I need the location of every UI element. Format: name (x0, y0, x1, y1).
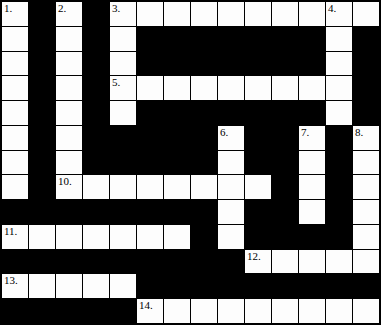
blocked-cell-r4c4 (83, 76, 109, 100)
blocked-cell-r9c11 (272, 200, 298, 224)
blocked-cell-r3c2 (29, 52, 55, 76)
blocked-cell-r9c4 (83, 200, 109, 224)
answer-cell-r6c1[interactable] (2, 126, 28, 150)
answer-cell-r13c8[interactable] (191, 299, 217, 323)
answer-cell-r6c14[interactable]: 8. (353, 126, 379, 150)
answer-cell-r10c2[interactable] (29, 225, 55, 249)
answer-cell-r2c3[interactable] (56, 27, 82, 51)
blocked-cell-r10c11 (272, 225, 298, 249)
blocked-cell-r12c13 (326, 274, 352, 298)
crossword-grid: 1.2.3.4.5.6.7.8.10.11.12.13.14. (0, 0, 381, 325)
answer-cell-r13c13[interactable] (326, 299, 352, 323)
blocked-cell-r9c6 (137, 200, 163, 224)
answer-cell-r9c14[interactable] (353, 200, 379, 224)
answer-cell-r5c5[interactable] (110, 101, 136, 125)
answer-cell-r8c1[interactable] (2, 175, 28, 199)
blocked-cell-r7c2 (29, 151, 55, 175)
answer-cell-r2c13[interactable] (326, 27, 352, 51)
blocked-cell-r7c7 (164, 151, 190, 175)
blocked-cell-r6c8 (191, 126, 217, 150)
blocked-cell-r1c2 (29, 2, 55, 26)
blocked-cell-r2c14 (353, 27, 379, 51)
answer-cell-r10c14[interactable] (353, 225, 379, 249)
answer-cell-r1c11[interactable] (272, 2, 298, 26)
blocked-cell-r11c7 (164, 250, 190, 274)
blocked-cell-r7c10 (245, 151, 271, 175)
answer-cell-r3c3[interactable] (56, 52, 82, 76)
answer-cell-r7c3[interactable] (56, 151, 82, 175)
clue-number-3: 3. (112, 2, 120, 15)
answer-cell-r1c13[interactable]: 4. (326, 2, 352, 26)
answer-cell-r12c2[interactable] (29, 274, 55, 298)
answer-cell-r4c13[interactable] (326, 76, 352, 100)
blocked-cell-r3c12 (299, 52, 325, 76)
answer-cell-r1c14[interactable] (353, 2, 379, 26)
blocked-cell-r2c2 (29, 27, 55, 51)
answer-cell-r10c4[interactable] (83, 225, 109, 249)
clue-number-8: 8. (355, 126, 363, 139)
answer-cell-r5c3[interactable] (56, 101, 82, 125)
answer-cell-r7c14[interactable] (353, 151, 379, 175)
blocked-cell-r8c2 (29, 175, 55, 199)
answer-cell-r8c7[interactable] (164, 175, 190, 199)
blocked-cell-r12c9 (218, 274, 244, 298)
answer-cell-r13c6[interactable]: 14. (137, 299, 163, 323)
blocked-cell-r13c5 (110, 299, 136, 323)
blocked-cell-r7c4 (83, 151, 109, 175)
clue-number-6: 6. (220, 126, 228, 139)
blocked-cell-r9c1 (2, 200, 28, 224)
blocked-cell-r7c8 (191, 151, 217, 175)
answer-cell-r6c3[interactable] (56, 126, 82, 150)
blocked-cell-r3c10 (245, 52, 271, 76)
answer-cell-r7c9[interactable] (218, 151, 244, 175)
blocked-cell-r12c12 (299, 274, 325, 298)
blocked-cell-r5c6 (137, 101, 163, 125)
blocked-cell-r3c4 (83, 52, 109, 76)
blocked-cell-r2c9 (218, 27, 244, 51)
blocked-cell-r4c2 (29, 76, 55, 100)
answer-cell-r1c7[interactable] (164, 2, 190, 26)
crossword-page: 1.2.3.4.5.6.7.8.10.11.12.13.14. (0, 0, 381, 325)
answer-cell-r8c3[interactable]: 10. (56, 175, 82, 199)
blocked-cell-r3c9 (218, 52, 244, 76)
answer-cell-r11c14[interactable] (353, 250, 379, 274)
answer-cell-r5c13[interactable] (326, 101, 352, 125)
blocked-cell-r3c14 (353, 52, 379, 76)
clue-number-12: 12. (247, 250, 261, 263)
answer-cell-r13c14[interactable] (353, 299, 379, 323)
answer-cell-r3c5[interactable] (110, 52, 136, 76)
clue-number-13: 13. (4, 274, 18, 287)
answer-cell-r1c12[interactable] (299, 2, 325, 26)
answer-cell-r1c5[interactable]: 3. (110, 2, 136, 26)
blocked-cell-r5c2 (29, 101, 55, 125)
answer-cell-r10c7[interactable] (164, 225, 190, 249)
blocked-cell-r2c7 (164, 27, 190, 51)
answer-cell-r5c1[interactable] (2, 101, 28, 125)
answer-cell-r8c12[interactable] (299, 175, 325, 199)
answer-cell-r10c5[interactable] (110, 225, 136, 249)
clue-number-5: 5. (112, 76, 120, 89)
blocked-cell-r2c6 (137, 27, 163, 51)
answer-cell-r4c10[interactable] (245, 76, 271, 100)
blocked-cell-r9c3 (56, 200, 82, 224)
blocked-cell-r3c6 (137, 52, 163, 76)
blocked-cell-r11c9 (218, 250, 244, 274)
answer-cell-r1c6[interactable] (137, 2, 163, 26)
blocked-cell-r6c4 (83, 126, 109, 150)
blocked-cell-r2c11 (272, 27, 298, 51)
blocked-cell-r10c12 (299, 225, 325, 249)
answer-cell-r10c9[interactable] (218, 225, 244, 249)
answer-cell-r13c12[interactable] (299, 299, 325, 323)
answer-cell-r2c1[interactable] (2, 27, 28, 51)
blocked-cell-r7c5 (110, 151, 136, 175)
blocked-cell-r13c3 (56, 299, 82, 323)
answer-cell-r13c10[interactable] (245, 299, 271, 323)
clue-number-2: 2. (58, 2, 66, 15)
answer-cell-r8c6[interactable] (137, 175, 163, 199)
blocked-cell-r5c7 (164, 101, 190, 125)
blocked-cell-r11c2 (29, 250, 55, 274)
answer-cell-r12c5[interactable] (110, 274, 136, 298)
answer-cell-r8c10[interactable] (245, 175, 271, 199)
answer-cell-r1c3[interactable]: 2. (56, 2, 82, 26)
answer-cell-r8c4[interactable] (83, 175, 109, 199)
answer-cell-r4c12[interactable] (299, 76, 325, 100)
blocked-cell-r8c13 (326, 175, 352, 199)
clue-number-10: 10. (58, 175, 72, 188)
blocked-cell-r6c2 (29, 126, 55, 150)
blocked-cell-r11c6 (137, 250, 163, 274)
blocked-cell-r5c12 (299, 101, 325, 125)
answer-cell-r4c8[interactable] (191, 76, 217, 100)
answer-cell-r9c9[interactable] (218, 200, 244, 224)
blocked-cell-r12c6 (137, 274, 163, 298)
blocked-cell-r5c14 (353, 101, 379, 125)
answer-cell-r1c8[interactable] (191, 2, 217, 26)
blocked-cell-r8c11 (272, 175, 298, 199)
clue-number-11: 11. (4, 225, 17, 238)
blocked-cell-r11c5 (110, 250, 136, 274)
answer-cell-r13c7[interactable] (164, 299, 190, 323)
blocked-cell-r5c10 (245, 101, 271, 125)
blocked-cell-r9c8 (191, 200, 217, 224)
answer-cell-r8c8[interactable] (191, 175, 217, 199)
answer-cell-r8c5[interactable] (110, 175, 136, 199)
answer-cell-r4c3[interactable] (56, 76, 82, 100)
answer-cell-r8c14[interactable] (353, 175, 379, 199)
answer-cell-r10c1[interactable]: 11. (2, 225, 28, 249)
answer-cell-r4c5[interactable]: 5. (110, 76, 136, 100)
answer-cell-r11c12[interactable] (299, 250, 325, 274)
blocked-cell-r12c14 (353, 274, 379, 298)
answer-cell-r11c11[interactable] (272, 250, 298, 274)
blocked-cell-r1c4 (83, 2, 109, 26)
blocked-cell-r9c10 (245, 200, 271, 224)
blocked-cell-r9c5 (110, 200, 136, 224)
blocked-cell-r10c10 (245, 225, 271, 249)
answer-cell-r3c13[interactable] (326, 52, 352, 76)
blocked-cell-r4c14 (353, 76, 379, 100)
clue-number-1: 1. (4, 2, 12, 15)
blocked-cell-r3c8 (191, 52, 217, 76)
answer-cell-r3c1[interactable] (2, 52, 28, 76)
answer-cell-r6c12[interactable]: 7. (299, 126, 325, 150)
answer-cell-r4c11[interactable] (272, 76, 298, 100)
blocked-cell-r6c11 (272, 126, 298, 150)
blocked-cell-r5c11 (272, 101, 298, 125)
answer-cell-r12c1[interactable]: 13. (2, 274, 28, 298)
answer-cell-r4c6[interactable] (137, 76, 163, 100)
blocked-cell-r9c7 (164, 200, 190, 224)
answer-cell-r11c10[interactable]: 12. (245, 250, 271, 274)
blocked-cell-r6c5 (110, 126, 136, 150)
blocked-cell-r12c11 (272, 274, 298, 298)
answer-cell-r10c6[interactable] (137, 225, 163, 249)
blocked-cell-r6c7 (164, 126, 190, 150)
blocked-cell-r5c8 (191, 101, 217, 125)
blocked-cell-r13c1 (2, 299, 28, 323)
blocked-cell-r10c8 (191, 225, 217, 249)
answer-cell-r4c9[interactable] (218, 76, 244, 100)
blocked-cell-r3c11 (272, 52, 298, 76)
answer-cell-r6c9[interactable]: 6. (218, 126, 244, 150)
answer-cell-r2c5[interactable] (110, 27, 136, 51)
answer-cell-r13c9[interactable] (218, 299, 244, 323)
blocked-cell-r11c3 (56, 250, 82, 274)
blocked-cell-r11c4 (83, 250, 109, 274)
blocked-cell-r2c4 (83, 27, 109, 51)
blocked-cell-r7c6 (137, 151, 163, 175)
blocked-cell-r13c4 (83, 299, 109, 323)
blocked-cell-r7c11 (272, 151, 298, 175)
answer-cell-r7c1[interactable] (2, 151, 28, 175)
blocked-cell-r9c2 (29, 200, 55, 224)
answer-cell-r1c1[interactable]: 1. (2, 2, 28, 26)
blocked-cell-r13c2 (29, 299, 55, 323)
blocked-cell-r6c10 (245, 126, 271, 150)
clue-number-14: 14. (139, 299, 153, 312)
answer-cell-r11c13[interactable] (326, 250, 352, 274)
blocked-cell-r12c7 (164, 274, 190, 298)
blocked-cell-r2c8 (191, 27, 217, 51)
answer-cell-r12c4[interactable] (83, 274, 109, 298)
blocked-cell-r7c13 (326, 151, 352, 175)
blocked-cell-r10c13 (326, 225, 352, 249)
blocked-cell-r5c9 (218, 101, 244, 125)
blocked-cell-r2c12 (299, 27, 325, 51)
blocked-cell-r6c6 (137, 126, 163, 150)
answer-cell-r12c3[interactable] (56, 274, 82, 298)
blocked-cell-r5c4 (83, 101, 109, 125)
blocked-cell-r12c10 (245, 274, 271, 298)
answer-cell-r1c10[interactable] (245, 2, 271, 26)
clue-number-7: 7. (301, 126, 309, 139)
blocked-cell-r2c10 (245, 27, 271, 51)
answer-cell-r4c1[interactable] (2, 76, 28, 100)
answer-cell-r8c9[interactable] (218, 175, 244, 199)
answer-cell-r10c3[interactable] (56, 225, 82, 249)
blocked-cell-r3c7 (164, 52, 190, 76)
answer-cell-r13c11[interactable] (272, 299, 298, 323)
answer-cell-r7c12[interactable] (299, 151, 325, 175)
answer-cell-r4c7[interactable] (164, 76, 190, 100)
blocked-cell-r9c13 (326, 200, 352, 224)
blocked-cell-r6c13 (326, 126, 352, 150)
clue-number-4: 4. (328, 2, 336, 15)
answer-cell-r1c9[interactable] (218, 2, 244, 26)
answer-cell-r9c12[interactable] (299, 200, 325, 224)
blocked-cell-r11c8 (191, 250, 217, 274)
blocked-cell-r11c1 (2, 250, 28, 274)
blocked-cell-r12c8 (191, 274, 217, 298)
